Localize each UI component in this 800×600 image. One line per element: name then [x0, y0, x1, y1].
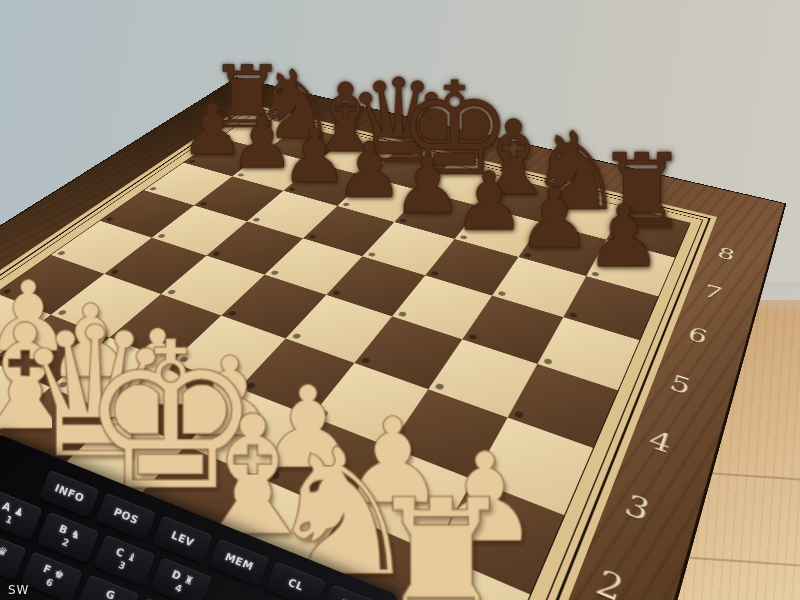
key-label: E ♛ [0, 541, 9, 560]
key-number: 4 [174, 583, 184, 594]
key-number: 6 [45, 577, 55, 588]
key-label: LEV [169, 530, 195, 550]
key-label: POS [112, 506, 140, 526]
scene: ABCDEFGH12345678 ♜♞♝♛♚♝♞♜♟♟♟♟♟♟♟♟♟♟♟♟♟♟♟… [0, 0, 800, 600]
key-c3[interactable]: C ♝3 [93, 534, 156, 586]
piece-glyph: ♜ [364, 476, 518, 600]
watermark: SW [8, 583, 29, 597]
key-a1[interactable]: A ♟1 [0, 489, 43, 541]
key-label: MEM [223, 551, 255, 573]
key-number: 1 [4, 514, 14, 525]
key-b2[interactable]: B ♞2 [37, 511, 100, 563]
key-number: 3 [117, 560, 127, 571]
key-ent[interactable]: ENT [322, 584, 383, 600]
key-number: 2 [61, 537, 71, 548]
key-cl[interactable]: CL [265, 561, 326, 600]
key-f6[interactable]: F ♚6 [20, 551, 83, 600]
key-label: CL [286, 577, 305, 593]
key-label: INFO [53, 483, 86, 505]
